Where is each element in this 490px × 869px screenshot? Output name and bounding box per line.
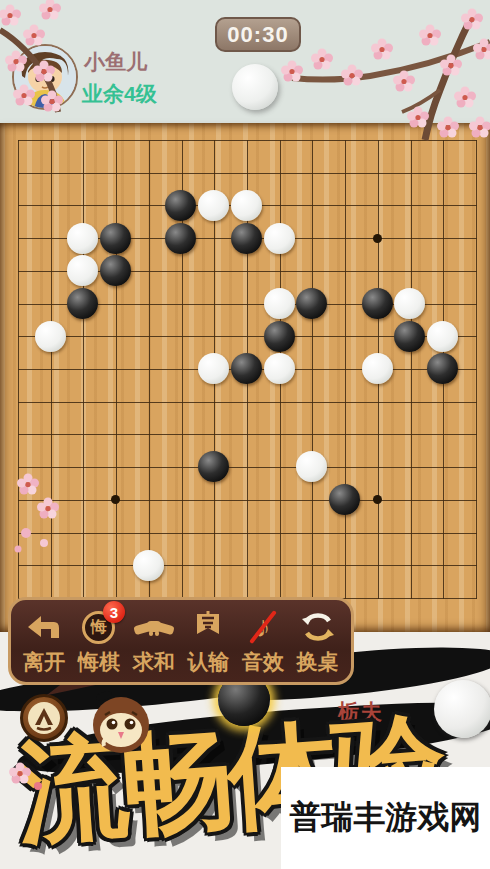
board-cell[interactable] [230,189,263,222]
board-cell[interactable] [34,549,67,582]
board-cell[interactable] [1,483,34,516]
board-cell[interactable] [328,254,361,287]
board-cell[interactable] [263,385,296,418]
ace-app-icon [20,694,68,742]
board-cell[interactable] [34,483,67,516]
board-cell[interactable] [1,124,34,157]
board-cell[interactable] [263,516,296,549]
board-cell[interactable] [230,156,263,189]
board-cell[interactable] [394,418,427,451]
board-cell[interactable] [328,385,361,418]
board-cell[interactable] [328,418,361,451]
board-cell[interactable] [67,189,100,222]
board-cell[interactable] [165,222,198,255]
board-cell[interactable] [165,451,198,484]
board-cell[interactable] [263,222,296,255]
black-stone [264,321,295,352]
board-cell[interactable] [99,353,132,386]
resign-button[interactable]: 认输 [181,608,235,676]
board-cell[interactable] [426,320,459,353]
board-cell[interactable] [197,156,230,189]
board-cell[interactable] [132,483,165,516]
board-cell[interactable] [1,254,34,287]
board-cell[interactable] [263,353,296,386]
black-stone [231,353,262,384]
board-cell[interactable] [132,156,165,189]
board-cell[interactable] [132,418,165,451]
player-name: 小鱼儿 [84,48,147,76]
board-cell[interactable] [230,353,263,386]
board-cell[interactable] [165,124,198,157]
change-table-label: 换桌 [297,648,339,676]
undo-count-badge: 3 [103,601,125,623]
white-stone [264,223,295,254]
board-cell[interactable] [1,189,34,222]
black-stone [362,288,393,319]
board-cell[interactable] [165,353,198,386]
refresh-arrows-icon [295,608,341,646]
board-cell[interactable] [1,418,34,451]
board-cell[interactable] [67,516,100,549]
board-cell[interactable] [230,222,263,255]
board-cell[interactable] [34,418,67,451]
white-stone [198,190,229,221]
board-cell[interactable] [34,222,67,255]
petal-decoration-bottom [6,760,46,800]
board-cell[interactable] [426,385,459,418]
black-stone [165,190,196,221]
black-stone [100,223,131,254]
black-stone [100,255,131,286]
board-cell[interactable] [67,549,100,582]
board-cell[interactable] [67,353,100,386]
board-cell[interactable] [263,549,296,582]
board-cell[interactable] [197,418,230,451]
board-cell[interactable] [99,222,132,255]
board-cell[interactable] [34,254,67,287]
board-cell[interactable] [361,320,394,353]
board-cell[interactable] [295,549,328,582]
board-cell[interactable] [34,156,67,189]
board-cell[interactable] [295,516,328,549]
board-cell[interactable] [295,320,328,353]
board-cell[interactable] [1,156,34,189]
board-cell[interactable] [165,287,198,320]
board-cell[interactable] [426,483,459,516]
board-cell[interactable] [295,189,328,222]
board-cell[interactable] [394,124,427,157]
board-cell[interactable] [361,483,394,516]
board-cell[interactable] [394,189,427,222]
board-cell[interactable] [165,156,198,189]
board-cell[interactable] [459,124,490,157]
sound-muted-icon: ♪ [240,608,286,646]
board-cell[interactable] [230,451,263,484]
board-cell[interactable] [263,189,296,222]
board-cell[interactable] [295,254,328,287]
black-stone [427,353,458,384]
player-rank: 业余4级 [82,80,157,108]
go-board [0,123,490,632]
sound-button[interactable]: ♪ 音效 [236,608,290,676]
board-cell[interactable] [328,483,361,516]
board-cell[interactable] [459,254,490,287]
board-cell[interactable] [361,222,394,255]
board-cell[interactable] [67,124,100,157]
board-cell[interactable] [197,353,230,386]
board-cell[interactable] [459,385,490,418]
board-cell[interactable] [99,418,132,451]
board-cell[interactable] [295,451,328,484]
board-cell[interactable] [459,581,490,614]
black-stone [198,451,229,482]
board-cell[interactable] [99,287,132,320]
leave-arrow-icon [21,608,67,646]
board-cell[interactable] [394,320,427,353]
white-stone [296,451,327,482]
black-stone [231,223,262,254]
board-cell[interactable] [295,222,328,255]
timer-value: 00:30 [227,22,288,48]
board-cell[interactable] [34,385,67,418]
promo-white-stone [434,680,490,738]
board-cell[interactable] [67,483,100,516]
board-cell[interactable] [426,549,459,582]
board-cell[interactable] [394,483,427,516]
board-cell[interactable] [132,516,165,549]
white-stone [35,321,66,352]
board-cell[interactable] [197,549,230,582]
leave-label: 离开 [23,648,65,676]
board-cell[interactable] [197,516,230,549]
board-cell[interactable] [197,287,230,320]
board-cell[interactable] [165,254,198,287]
white-stone [67,255,98,286]
board-cell[interactable] [263,287,296,320]
board-cell[interactable] [459,516,490,549]
board-cell[interactable] [328,353,361,386]
change-table-button[interactable]: 换桌 [291,608,345,676]
board-cell[interactable] [459,418,490,451]
board-cell[interactable] [361,124,394,157]
star-point [373,495,382,504]
board-cell[interactable] [197,254,230,287]
white-stone [231,190,262,221]
board-cell[interactable] [197,222,230,255]
board-cell[interactable] [361,189,394,222]
board-cell[interactable] [361,516,394,549]
board-cell[interactable] [328,516,361,549]
board-cell[interactable] [361,418,394,451]
white-stone [198,353,229,384]
player-avatar[interactable] [12,44,78,110]
board-cell[interactable] [426,451,459,484]
handshake-icon [131,608,177,646]
black-stone [394,321,425,352]
board-cell[interactable] [426,287,459,320]
board-cell[interactable] [67,451,100,484]
star-point [373,234,382,243]
board-cell[interactable] [99,156,132,189]
board-cell[interactable] [328,549,361,582]
board-cell[interactable] [132,124,165,157]
board-cell[interactable] [361,353,394,386]
board-cell[interactable] [67,287,100,320]
board-cell[interactable] [394,451,427,484]
board-cell[interactable] [295,287,328,320]
board-cell[interactable] [165,549,198,582]
white-stone [362,353,393,384]
board-cell[interactable] [426,124,459,157]
white-stone [394,288,425,319]
board-cell[interactable] [34,189,67,222]
board-cell[interactable] [394,287,427,320]
undo-label: 悔棋 [78,648,120,676]
white-stone [133,550,164,581]
board-cell[interactable] [99,385,132,418]
board-cell[interactable] [459,353,490,386]
white-stone [264,288,295,319]
board-cell[interactable] [361,451,394,484]
board-cell[interactable] [328,287,361,320]
board-cell[interactable] [328,451,361,484]
game-toolbar: 离开 悔 3 悔棋 求和 [8,597,354,685]
board-cell[interactable] [1,353,34,386]
board-grid [1,124,490,615]
board-cell[interactable] [459,549,490,582]
board-cell[interactable] [165,385,198,418]
board-cell[interactable] [132,254,165,287]
board-cell[interactable] [361,254,394,287]
board-cell[interactable] [263,254,296,287]
turn-indicator-white-stone [232,64,278,110]
board-cell[interactable] [361,581,394,614]
resign-banner-icon [185,608,231,646]
site-watermark: 普瑞丰游戏网 [281,767,490,869]
board-cell[interactable] [230,385,263,418]
black-stone [296,288,327,319]
board-cell[interactable] [67,385,100,418]
board-cell[interactable] [394,385,427,418]
board-cell[interactable] [165,189,198,222]
board-cell[interactable] [394,156,427,189]
star-point [111,495,120,504]
white-stone [264,353,295,384]
board-cell[interactable] [132,189,165,222]
board-cell[interactable] [132,287,165,320]
board-cell[interactable] [34,451,67,484]
board-cell[interactable] [295,418,328,451]
board-cell[interactable] [328,189,361,222]
board-cell[interactable] [361,385,394,418]
undo-button[interactable]: 悔 3 悔棋 [72,608,126,676]
board-cell[interactable] [361,287,394,320]
board-cell[interactable] [328,222,361,255]
board-cell[interactable] [67,320,100,353]
black-stone [329,484,360,515]
board-cell[interactable] [295,156,328,189]
board-cell[interactable] [132,320,165,353]
undo-icon: 悔 3 [76,608,122,646]
board-cell[interactable] [67,222,100,255]
board-cell[interactable] [197,483,230,516]
board-cell[interactable] [328,320,361,353]
board-cell[interactable] [394,254,427,287]
board-cell[interactable] [132,222,165,255]
board-cell[interactable] [426,156,459,189]
board-cell[interactable] [263,451,296,484]
board-cell[interactable] [197,451,230,484]
board-cell[interactable] [99,483,132,516]
sound-label: 音效 [242,648,284,676]
board-cell[interactable] [295,353,328,386]
board-cell[interactable] [99,189,132,222]
board-cell[interactable] [230,287,263,320]
board-cell[interactable] [99,549,132,582]
board-cell[interactable] [426,254,459,287]
avatar-cartoon-boy [14,46,76,108]
board-cell[interactable] [230,549,263,582]
board-cell[interactable] [165,418,198,451]
board-cell[interactable] [1,549,34,582]
board-cell[interactable] [263,124,296,157]
board-cell[interactable] [132,549,165,582]
board-cell[interactable] [34,516,67,549]
board-cell[interactable] [132,385,165,418]
white-stone [427,321,458,352]
board-cell[interactable] [197,189,230,222]
owl-app-icon [92,696,150,754]
board-cell[interactable] [34,353,67,386]
board-cell[interactable] [263,483,296,516]
board-cell[interactable] [459,156,490,189]
board-cell[interactable] [459,320,490,353]
board-cell[interactable] [34,124,67,157]
board-cell[interactable] [99,451,132,484]
board-cell[interactable] [165,483,198,516]
board-cell[interactable] [165,516,198,549]
leave-button[interactable]: 离开 [17,608,71,676]
board-cell[interactable] [263,156,296,189]
board-cell[interactable] [132,353,165,386]
board-cell[interactable] [230,124,263,157]
white-stone [67,223,98,254]
board-cell[interactable] [295,483,328,516]
board-cell[interactable] [459,451,490,484]
black-stone [165,223,196,254]
board-cell[interactable] [132,451,165,484]
draw-button[interactable]: 求和 [127,608,181,676]
board-cell[interactable] [67,418,100,451]
board-cell[interactable] [99,254,132,287]
board-cell[interactable] [165,320,198,353]
resign-label: 认输 [187,648,229,676]
board-cell[interactable] [197,320,230,353]
board-cell[interactable] [361,549,394,582]
board-cell[interactable] [1,516,34,549]
board-cell[interactable] [459,189,490,222]
board-cell[interactable] [230,320,263,353]
board-cell[interactable] [34,287,67,320]
board-cell[interactable] [459,287,490,320]
board-cell[interactable] [99,320,132,353]
board-cell[interactable] [1,385,34,418]
board-cell[interactable] [295,124,328,157]
board-cell[interactable] [328,124,361,157]
board-cell[interactable] [230,418,263,451]
board-cell[interactable] [295,385,328,418]
board-cell[interactable] [197,385,230,418]
black-stone [67,288,98,319]
board-cell[interactable] [328,156,361,189]
board-cell[interactable] [1,451,34,484]
board-cell[interactable] [1,222,34,255]
board-cell[interactable] [394,581,427,614]
board-cell[interactable] [99,124,132,157]
board-cell[interactable] [426,353,459,386]
board-cell[interactable] [426,516,459,549]
board-cell[interactable] [263,320,296,353]
board-cell[interactable] [361,156,394,189]
board-cell[interactable] [67,254,100,287]
board-cell[interactable] [394,222,427,255]
board-cell[interactable] [459,222,490,255]
move-timer: 00:30 [215,17,301,52]
board-cell[interactable] [197,124,230,157]
board-cell[interactable] [394,516,427,549]
draw-label: 求和 [133,648,175,676]
go-game-screen: 小鱼儿 业余4级 00:30 离开 悔 3 悔棋 [0,0,490,869]
board-cell[interactable] [263,418,296,451]
board-cell[interactable] [426,189,459,222]
board-cell[interactable] [99,516,132,549]
board-cell[interactable] [230,483,263,516]
board-cell[interactable] [34,320,67,353]
board-cell[interactable] [230,516,263,549]
board-cell[interactable] [426,222,459,255]
board-cell[interactable] [67,156,100,189]
board-cell[interactable] [426,581,459,614]
board-cell[interactable] [1,287,34,320]
board-cell[interactable] [230,254,263,287]
board-cell[interactable] [394,353,427,386]
board-cell[interactable] [394,549,427,582]
board-cell[interactable] [1,320,34,353]
board-cell[interactable] [426,418,459,451]
board-cell[interactable] [459,483,490,516]
